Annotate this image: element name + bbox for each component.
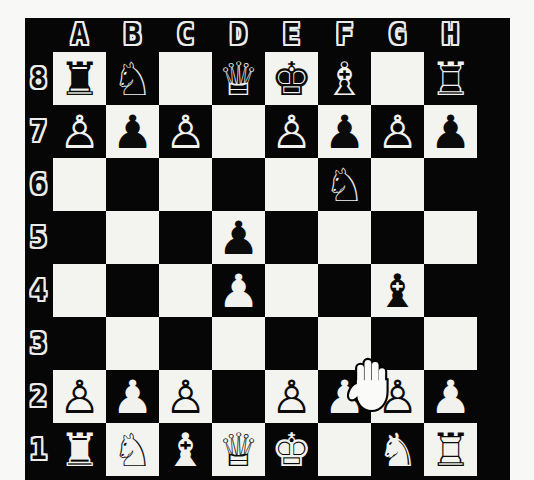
square-d3[interactable]	[212, 317, 265, 370]
file-labels: ABCDEFGH	[53, 17, 477, 52]
square-g4[interactable]: ♝	[371, 264, 424, 317]
rank-label-4: 4	[24, 264, 53, 317]
square-d6[interactable]	[212, 158, 265, 211]
piece-white-knight: ♞	[377, 427, 418, 473]
piece-white-king: ♚	[271, 427, 312, 473]
rank-label-5: 5	[24, 211, 53, 264]
piece-black-rook: ♜	[59, 56, 100, 102]
square-f6[interactable]: ♘	[318, 158, 371, 211]
square-d4[interactable]: ♟	[212, 264, 265, 317]
piece-white-pawn: ♙	[165, 374, 206, 420]
square-h7[interactable]: ♟	[424, 105, 477, 158]
piece-black-bishop: ♝	[377, 268, 418, 314]
square-g7[interactable]: ♙	[371, 105, 424, 158]
file-label-a: A	[53, 17, 106, 52]
square-f4[interactable]	[318, 264, 371, 317]
square-a2[interactable]: ♙	[53, 370, 106, 423]
square-c5[interactable]	[159, 211, 212, 264]
piece-black-knight: ♘	[112, 56, 153, 102]
square-d8[interactable]: ♕	[212, 52, 265, 105]
piece-white-pawn: ♟	[218, 268, 259, 314]
file-label-g: G	[371, 17, 424, 52]
square-f1[interactable]	[318, 423, 371, 476]
square-c3[interactable]	[159, 317, 212, 370]
square-c7[interactable]: ♙	[159, 105, 212, 158]
square-c4[interactable]	[159, 264, 212, 317]
rank-label-1: 1	[24, 423, 53, 476]
square-c6[interactable]	[159, 158, 212, 211]
piece-black-pawn: ♟	[218, 215, 259, 261]
square-f5[interactable]	[318, 211, 371, 264]
piece-black-pawn: ♙	[59, 109, 100, 155]
chess-board: ♜♘♕♚♗♖♙♟♙♙♟♙♟♘♟♟♝♙♟♙♙♟♙♟♜♘♝♕♚♞♖	[53, 52, 477, 476]
square-f8[interactable]: ♗	[318, 52, 371, 105]
piece-black-pawn: ♟	[324, 109, 365, 155]
piece-black-queen: ♕	[218, 56, 259, 102]
square-e6[interactable]	[265, 158, 318, 211]
file-label-d: D	[212, 17, 265, 52]
rank-labels: 87654321	[24, 52, 53, 476]
square-b1[interactable]: ♘	[106, 423, 159, 476]
rank-label-3: 3	[24, 317, 53, 370]
square-e1[interactable]: ♚	[265, 423, 318, 476]
square-a5[interactable]	[53, 211, 106, 264]
square-b5[interactable]	[106, 211, 159, 264]
piece-white-queen: ♕	[218, 427, 259, 473]
square-b7[interactable]: ♟	[106, 105, 159, 158]
square-g6[interactable]	[371, 158, 424, 211]
piece-black-pawn: ♙	[271, 109, 312, 155]
hand-cursor[interactable]	[347, 354, 395, 418]
file-label-e: E	[265, 17, 318, 52]
piece-black-pawn: ♙	[165, 109, 206, 155]
piece-black-pawn: ♙	[377, 109, 418, 155]
piece-black-pawn: ♟	[430, 109, 471, 155]
square-d1[interactable]: ♕	[212, 423, 265, 476]
file-label-f: F	[318, 17, 371, 52]
piece-white-pawn: ♙	[271, 374, 312, 420]
piece-white-pawn: ♟	[112, 374, 153, 420]
piece-black-king: ♚	[271, 56, 312, 102]
square-c2[interactable]: ♙	[159, 370, 212, 423]
square-h8[interactable]: ♖	[424, 52, 477, 105]
square-d2[interactable]	[212, 370, 265, 423]
square-h3[interactable]	[424, 317, 477, 370]
piece-black-pawn: ♟	[112, 109, 153, 155]
square-f7[interactable]: ♟	[318, 105, 371, 158]
square-d7[interactable]	[212, 105, 265, 158]
square-h1[interactable]: ♖	[424, 423, 477, 476]
square-b2[interactable]: ♟	[106, 370, 159, 423]
square-h5[interactable]	[424, 211, 477, 264]
square-b8[interactable]: ♘	[106, 52, 159, 105]
piece-black-bishop: ♗	[324, 56, 365, 102]
square-e3[interactable]	[265, 317, 318, 370]
rank-label-8: 8	[24, 52, 53, 105]
square-g8[interactable]	[371, 52, 424, 105]
square-e4[interactable]	[265, 264, 318, 317]
square-a4[interactable]	[53, 264, 106, 317]
square-e7[interactable]: ♙	[265, 105, 318, 158]
square-b3[interactable]	[106, 317, 159, 370]
file-label-b: B	[106, 17, 159, 52]
piece-white-pawn: ♙	[59, 374, 100, 420]
piece-white-bishop: ♝	[165, 427, 206, 473]
game-screen: ABCDEFGH 87654321 ♜♘♕♚♗♖♙♟♙♙♟♙♟♘♟♟♝♙♟♙♙♟…	[0, 0, 534, 480]
square-e5[interactable]	[265, 211, 318, 264]
square-g5[interactable]	[371, 211, 424, 264]
square-e8[interactable]: ♚	[265, 52, 318, 105]
square-b6[interactable]	[106, 158, 159, 211]
piece-white-rook: ♖	[430, 427, 471, 473]
square-b4[interactable]	[106, 264, 159, 317]
rank-label-7: 7	[24, 105, 53, 158]
file-label-c: C	[159, 17, 212, 52]
square-d5[interactable]: ♟	[212, 211, 265, 264]
square-a1[interactable]: ♜	[53, 423, 106, 476]
square-h6[interactable]	[424, 158, 477, 211]
square-g1[interactable]: ♞	[371, 423, 424, 476]
square-e2[interactable]: ♙	[265, 370, 318, 423]
square-h2[interactable]: ♟	[424, 370, 477, 423]
piece-white-rook: ♜	[59, 427, 100, 473]
square-a6[interactable]	[53, 158, 106, 211]
rank-label-6: 6	[24, 158, 53, 211]
square-a3[interactable]	[53, 317, 106, 370]
file-label-h: H	[424, 17, 477, 52]
piece-black-rook: ♖	[430, 56, 471, 102]
piece-white-knight: ♘	[112, 427, 153, 473]
square-c1[interactable]: ♝	[159, 423, 212, 476]
square-a7[interactable]: ♙	[53, 105, 106, 158]
piece-black-knight: ♘	[324, 162, 365, 208]
rank-label-2: 2	[24, 370, 53, 423]
square-h4[interactable]	[424, 264, 477, 317]
square-c8[interactable]	[159, 52, 212, 105]
piece-white-pawn: ♟	[430, 374, 471, 420]
square-a8[interactable]: ♜	[53, 52, 106, 105]
